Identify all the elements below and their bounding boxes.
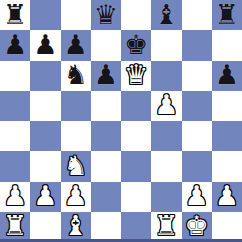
piece-white-bishop[interactable]: ♝ <box>64 212 88 239</box>
square-f2[interactable] <box>151 182 181 212</box>
piece-black-bishop[interactable]: ♝ <box>154 1 178 28</box>
square-b6[interactable] <box>30 61 60 91</box>
chess-board: ♜♛♝♜♟♟♟♚♞♟♛♟♟♞♟♟♟♟♟♜♝♜♚ <box>0 0 242 242</box>
square-e7[interactable]: ♚ <box>121 30 151 60</box>
square-b8[interactable] <box>30 0 60 30</box>
square-e3[interactable] <box>121 151 151 181</box>
piece-black-queen[interactable]: ♛ <box>94 1 118 28</box>
square-a2[interactable]: ♟ <box>0 182 30 212</box>
square-g6[interactable] <box>182 61 212 91</box>
square-f1[interactable]: ♜ <box>151 212 181 242</box>
square-e5[interactable] <box>121 91 151 121</box>
square-d5[interactable] <box>91 91 121 121</box>
piece-black-pawn[interactable]: ♟ <box>94 61 118 88</box>
square-c4[interactable] <box>61 121 91 151</box>
piece-white-pawn[interactable]: ♟ <box>215 182 239 209</box>
square-d1[interactable] <box>91 212 121 242</box>
square-c2[interactable]: ♟ <box>61 182 91 212</box>
board-grid: ♜♛♝♜♟♟♟♚♞♟♛♟♟♞♟♟♟♟♟♜♝♜♚ <box>0 0 242 242</box>
piece-white-king[interactable]: ♚ <box>185 212 209 239</box>
square-g3[interactable] <box>182 151 212 181</box>
square-d3[interactable] <box>91 151 121 181</box>
square-c8[interactable] <box>61 0 91 30</box>
piece-white-pawn[interactable]: ♟ <box>33 182 57 209</box>
square-b7[interactable]: ♟ <box>30 30 60 60</box>
square-b2[interactable]: ♟ <box>30 182 60 212</box>
square-h5[interactable] <box>212 91 242 121</box>
square-g2[interactable]: ♟ <box>182 182 212 212</box>
piece-black-rook[interactable]: ♜ <box>3 1 27 28</box>
square-c6[interactable]: ♞ <box>61 61 91 91</box>
square-d4[interactable] <box>91 121 121 151</box>
square-a1[interactable]: ♜ <box>0 212 30 242</box>
piece-white-pawn[interactable]: ♟ <box>3 182 27 209</box>
square-e6[interactable]: ♛ <box>121 61 151 91</box>
piece-black-pawn[interactable]: ♟ <box>64 31 88 58</box>
piece-black-pawn[interactable]: ♟ <box>3 31 27 58</box>
square-a4[interactable] <box>0 121 30 151</box>
square-a8[interactable]: ♜ <box>0 0 30 30</box>
piece-black-knight[interactable]: ♞ <box>64 61 88 88</box>
square-c3[interactable]: ♞ <box>61 151 91 181</box>
piece-white-queen[interactable]: ♛ <box>124 61 148 88</box>
square-c5[interactable] <box>61 91 91 121</box>
piece-white-rook[interactable]: ♜ <box>154 212 178 239</box>
square-h6[interactable]: ♟ <box>212 61 242 91</box>
square-h4[interactable] <box>212 121 242 151</box>
piece-black-pawn[interactable]: ♟ <box>33 31 57 58</box>
square-a7[interactable]: ♟ <box>0 30 30 60</box>
square-g4[interactable] <box>182 121 212 151</box>
piece-white-pawn[interactable]: ♟ <box>154 91 178 118</box>
piece-black-king[interactable]: ♚ <box>124 31 148 58</box>
square-a5[interactable] <box>0 91 30 121</box>
square-a6[interactable] <box>0 61 30 91</box>
square-d8[interactable]: ♛ <box>91 0 121 30</box>
square-h3[interactable] <box>212 151 242 181</box>
square-b3[interactable] <box>30 151 60 181</box>
square-g8[interactable] <box>182 0 212 30</box>
piece-white-pawn[interactable]: ♟ <box>185 182 209 209</box>
piece-white-knight[interactable]: ♞ <box>64 152 88 179</box>
square-f5[interactable]: ♟ <box>151 91 181 121</box>
square-d2[interactable] <box>91 182 121 212</box>
square-g5[interactable] <box>182 91 212 121</box>
piece-white-pawn[interactable]: ♟ <box>64 182 88 209</box>
square-h2[interactable]: ♟ <box>212 182 242 212</box>
square-f4[interactable] <box>151 121 181 151</box>
square-c1[interactable]: ♝ <box>61 212 91 242</box>
piece-black-rook[interactable]: ♜ <box>215 1 239 28</box>
piece-black-pawn[interactable]: ♟ <box>215 61 239 88</box>
square-h8[interactable]: ♜ <box>212 0 242 30</box>
square-b4[interactable] <box>30 121 60 151</box>
square-h7[interactable] <box>212 30 242 60</box>
square-c7[interactable]: ♟ <box>61 30 91 60</box>
square-b1[interactable] <box>30 212 60 242</box>
square-b5[interactable] <box>30 91 60 121</box>
piece-white-rook[interactable]: ♜ <box>3 212 27 239</box>
square-e2[interactable] <box>121 182 151 212</box>
square-a3[interactable] <box>0 151 30 181</box>
square-f7[interactable] <box>151 30 181 60</box>
square-e1[interactable] <box>121 212 151 242</box>
square-g1[interactable]: ♚ <box>182 212 212 242</box>
square-h1[interactable] <box>212 212 242 242</box>
square-g7[interactable] <box>182 30 212 60</box>
square-f6[interactable] <box>151 61 181 91</box>
square-d7[interactable] <box>91 30 121 60</box>
square-e8[interactable] <box>121 0 151 30</box>
square-f8[interactable]: ♝ <box>151 0 181 30</box>
square-d6[interactable]: ♟ <box>91 61 121 91</box>
square-e4[interactable] <box>121 121 151 151</box>
square-f3[interactable] <box>151 151 181 181</box>
